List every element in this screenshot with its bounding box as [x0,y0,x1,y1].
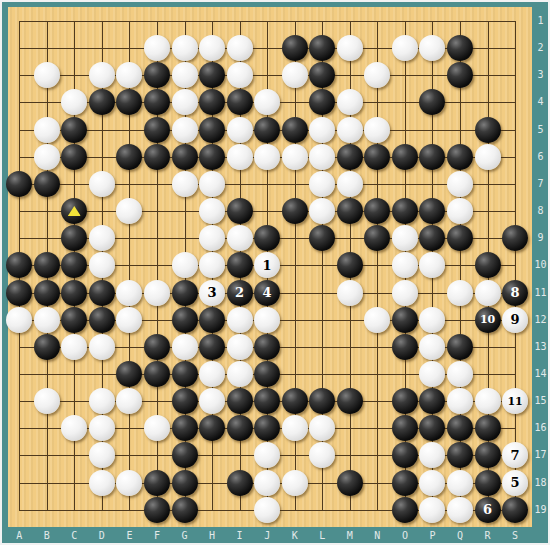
col-label-S: S [506,530,524,542]
move-number-11: 11 [507,396,522,407]
row-label-10: 10 [532,259,549,271]
black-stone-J11[interactable]: 4 [254,280,280,306]
white-stone-L5[interactable] [309,117,335,143]
row-label-19: 19 [532,504,549,516]
col-label-G: G [176,530,194,542]
white-stone-I12[interactable] [227,307,253,333]
black-stone-G17[interactable] [172,442,198,468]
white-stone-D16[interactable] [89,415,115,441]
white-stone-D13[interactable] [89,334,115,360]
white-stone-B5[interactable] [34,117,60,143]
white-stone-H15[interactable] [199,388,225,414]
move-number-7: 7 [511,449,520,462]
black-stone-J5[interactable] [254,117,280,143]
white-stone-G7[interactable] [172,171,198,197]
black-stone-C12[interactable] [61,307,87,333]
white-stone-I13[interactable] [227,334,253,360]
triangle-mark [68,206,81,216]
black-stone-H5[interactable] [199,117,225,143]
white-stone-J19[interactable] [254,497,280,523]
black-stone-C11[interactable] [61,280,87,306]
black-stone-G19[interactable] [172,497,198,523]
black-stone-Q6[interactable] [447,144,473,170]
black-stone-N6[interactable] [364,144,390,170]
white-stone-H7[interactable] [199,171,225,197]
black-stone-S19[interactable] [502,497,528,523]
black-stone-R19[interactable]: 6 [475,497,501,523]
black-stone-A11[interactable] [6,280,32,306]
white-stone-D3[interactable] [89,62,115,88]
white-stone-O11[interactable] [392,280,418,306]
black-stone-H12[interactable] [199,307,225,333]
row-label-5: 5 [532,124,549,136]
black-stone-G14[interactable] [172,361,198,387]
white-stone-F11[interactable] [144,280,170,306]
row-label-1: 1 [532,15,549,27]
col-label-H: H [203,530,221,542]
col-label-K: K [286,530,304,542]
black-stone-O13[interactable] [392,334,418,360]
col-label-Q: Q [451,530,469,542]
white-stone-I6[interactable] [227,144,253,170]
white-stone-E11[interactable] [116,280,142,306]
white-stone-H14[interactable] [199,361,225,387]
white-stone-B12[interactable] [34,307,60,333]
white-stone-K3[interactable] [282,62,308,88]
row-label-7: 7 [532,178,549,190]
row-label-8: 8 [532,205,549,217]
white-stone-P18[interactable] [419,470,445,496]
black-stone-C5[interactable] [61,117,87,143]
white-stone-I3[interactable] [227,62,253,88]
white-stone-A12[interactable] [6,307,32,333]
white-stone-Q7[interactable] [447,171,473,197]
black-stone-F3[interactable] [144,62,170,88]
col-label-F: F [148,530,166,542]
white-stone-G3[interactable] [172,62,198,88]
black-stone-S11[interactable]: 8 [502,280,528,306]
white-stone-F2[interactable] [144,35,170,61]
white-stone-M2[interactable] [337,35,363,61]
black-stone-K15[interactable] [282,388,308,414]
row-label-16: 16 [532,422,549,434]
black-stone-O15[interactable] [392,388,418,414]
col-label-E: E [120,530,138,542]
black-stone-D12[interactable] [89,307,115,333]
black-stone-J13[interactable] [254,334,280,360]
grid-line-horizontal [19,21,516,22]
white-stone-S12[interactable]: 9 [502,307,528,333]
move-number-10: 10 [480,314,495,325]
white-stone-I9[interactable] [227,225,253,251]
white-stone-G2[interactable] [172,35,198,61]
black-stone-G16[interactable] [172,415,198,441]
white-stone-H11[interactable]: 3 [199,280,225,306]
black-stone-I15[interactable] [227,388,253,414]
black-stone-B10[interactable] [34,252,60,278]
white-stone-M7[interactable] [337,171,363,197]
white-stone-M5[interactable] [337,117,363,143]
move-number-6: 6 [483,503,492,516]
black-stone-R12[interactable]: 10 [475,307,501,333]
black-stone-K2[interactable] [282,35,308,61]
white-stone-N12[interactable] [364,307,390,333]
col-label-D: D [93,530,111,542]
white-stone-K18[interactable] [282,470,308,496]
black-stone-Q13[interactable] [447,334,473,360]
black-stone-C6[interactable] [61,144,87,170]
white-stone-K6[interactable] [282,144,308,170]
go-diagram: ABCDEFGHIJKLMNOPQRS123456789101112131415… [0,0,550,545]
white-stone-J18[interactable] [254,470,280,496]
white-stone-G13[interactable] [172,334,198,360]
black-stone-F6[interactable] [144,144,170,170]
black-stone-M8[interactable] [337,198,363,224]
black-stone-F14[interactable] [144,361,170,387]
black-stone-Q2[interactable] [447,35,473,61]
black-stone-H13[interactable] [199,334,225,360]
row-label-15: 15 [532,395,549,407]
black-stone-A7[interactable] [6,171,32,197]
white-stone-M11[interactable] [337,280,363,306]
white-stone-B3[interactable] [34,62,60,88]
white-stone-C13[interactable] [61,334,87,360]
col-label-I: I [231,530,249,542]
black-stone-I4[interactable] [227,89,253,115]
move-number-5: 5 [511,476,520,489]
col-label-A: A [10,530,28,542]
white-stone-O2[interactable] [392,35,418,61]
black-stone-I16[interactable] [227,415,253,441]
row-label-9: 9 [532,232,549,244]
white-stone-L6[interactable] [309,144,335,170]
col-label-O: O [396,530,414,542]
black-stone-I10[interactable] [227,252,253,278]
row-label-18: 18 [532,477,549,489]
white-stone-K16[interactable] [282,415,308,441]
row-label-17: 17 [532,449,549,461]
col-label-B: B [38,530,56,542]
black-stone-R17[interactable] [475,442,501,468]
black-stone-O12[interactable] [392,307,418,333]
black-stone-O16[interactable] [392,415,418,441]
white-stone-I2[interactable] [227,35,253,61]
col-label-N: N [368,530,386,542]
black-stone-G18[interactable] [172,470,198,496]
black-stone-K5[interactable] [282,117,308,143]
row-label-2: 2 [532,42,549,54]
black-stone-I8[interactable] [227,198,253,224]
black-stone-Q9[interactable] [447,225,473,251]
white-stone-H8[interactable] [199,198,225,224]
white-stone-L7[interactable] [309,171,335,197]
black-stone-K8[interactable] [282,198,308,224]
black-stone-B11[interactable] [34,280,60,306]
black-stone-R5[interactable] [475,117,501,143]
col-label-M: M [341,530,359,542]
black-stone-F13[interactable] [144,334,170,360]
white-stone-D10[interactable] [89,252,115,278]
black-stone-G6[interactable] [172,144,198,170]
black-stone-M18[interactable] [337,470,363,496]
white-stone-M4[interactable] [337,89,363,115]
black-stone-O18[interactable] [392,470,418,496]
black-stone-H6[interactable] [199,144,225,170]
white-stone-I5[interactable] [227,117,253,143]
black-stone-F19[interactable] [144,497,170,523]
col-label-C: C [65,530,83,542]
black-stone-I11[interactable]: 2 [227,280,253,306]
move-number-1: 1 [263,259,272,272]
move-number-8: 8 [511,286,520,299]
white-stone-D7[interactable] [89,171,115,197]
col-label-J: J [258,530,276,542]
white-stone-Q14[interactable] [447,361,473,387]
white-stone-G10[interactable] [172,252,198,278]
white-stone-D15[interactable] [89,388,115,414]
black-stone-I18[interactable] [227,470,253,496]
black-stone-B13[interactable] [34,334,60,360]
black-stone-M15[interactable] [337,388,363,414]
black-stone-M6[interactable] [337,144,363,170]
row-label-12: 12 [532,314,549,326]
row-label-14: 14 [532,368,549,380]
black-stone-P6[interactable] [419,144,445,170]
black-stone-B7[interactable] [34,171,60,197]
black-stone-M10[interactable] [337,252,363,278]
move-number-4: 4 [263,286,272,299]
white-stone-Q15[interactable] [447,388,473,414]
white-stone-E12[interactable] [116,307,142,333]
white-stone-Q18[interactable] [447,470,473,496]
col-label-R: R [479,530,497,542]
white-stone-H2[interactable] [199,35,225,61]
white-stone-P12[interactable] [419,307,445,333]
white-stone-Q19[interactable] [447,497,473,523]
black-stone-O19[interactable] [392,497,418,523]
col-label-L: L [313,530,331,542]
black-stone-O6[interactable] [392,144,418,170]
white-stone-R6[interactable] [475,144,501,170]
white-stone-B15[interactable] [34,388,60,414]
black-stone-D11[interactable] [89,280,115,306]
black-stone-F5[interactable] [144,117,170,143]
white-stone-G4[interactable] [172,89,198,115]
col-label-P: P [423,530,441,542]
row-label-11: 11 [532,287,549,299]
white-stone-J6[interactable] [254,144,280,170]
white-stone-D18[interactable] [89,470,115,496]
black-stone-O8[interactable] [392,198,418,224]
black-stone-R10[interactable] [475,252,501,278]
move-number-9: 9 [511,313,520,326]
white-stone-D9[interactable] [89,225,115,251]
move-number-2: 2 [235,286,244,299]
black-stone-E6[interactable] [116,144,142,170]
black-stone-J14[interactable] [254,361,280,387]
row-label-6: 6 [532,151,549,163]
black-stone-F18[interactable] [144,470,170,496]
white-stone-S18[interactable]: 5 [502,470,528,496]
white-stone-Q8[interactable] [447,198,473,224]
white-stone-O9[interactable] [392,225,418,251]
white-stone-Q11[interactable] [447,280,473,306]
move-number-3: 3 [208,286,217,299]
black-stone-G12[interactable] [172,307,198,333]
black-stone-R16[interactable] [475,415,501,441]
black-stone-G11[interactable] [172,280,198,306]
white-stone-B6[interactable] [34,144,60,170]
row-label-13: 13 [532,341,549,353]
white-stone-G5[interactable] [172,117,198,143]
row-label-4: 4 [532,96,549,108]
white-stone-I14[interactable] [227,361,253,387]
white-stone-R11[interactable] [475,280,501,306]
white-stone-J12[interactable] [254,307,280,333]
row-label-3: 3 [532,69,549,81]
white-stone-E18[interactable] [116,470,142,496]
white-stone-R15[interactable] [475,388,501,414]
white-stone-N5[interactable] [364,117,390,143]
black-stone-G15[interactable] [172,388,198,414]
black-stone-R18[interactable] [475,470,501,496]
